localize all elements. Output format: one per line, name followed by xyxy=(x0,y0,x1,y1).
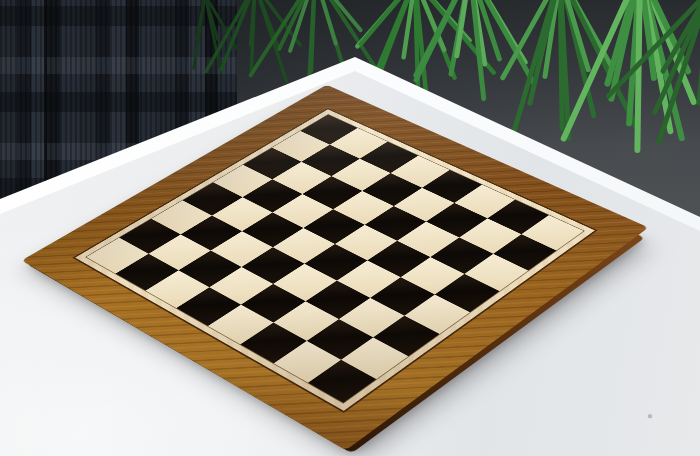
chess-board xyxy=(102,11,569,456)
dust-speck xyxy=(648,414,652,417)
product-photo-scene xyxy=(0,0,700,456)
board-grid xyxy=(86,115,583,403)
palm-leaf xyxy=(637,0,640,150)
